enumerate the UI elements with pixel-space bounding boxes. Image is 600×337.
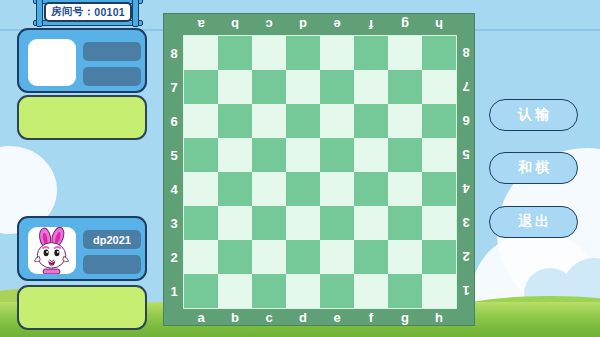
square-e2[interactable] (320, 240, 354, 274)
coordinate-label: b (218, 14, 252, 36)
square-b7[interactable] (218, 70, 252, 104)
square-a6[interactable] (184, 104, 218, 138)
square-e4[interactable] (320, 172, 354, 206)
square-a4[interactable] (184, 172, 218, 206)
square-a1[interactable] (184, 274, 218, 308)
coordinate-label: 2 (456, 240, 476, 274)
square-h4[interactable] (422, 172, 456, 206)
coordinate-label: 1 (164, 274, 184, 308)
square-a5[interactable] (184, 138, 218, 172)
square-d1[interactable] (286, 274, 320, 308)
square-h3[interactable] (422, 206, 456, 240)
square-h6[interactable] (422, 104, 456, 138)
square-g1[interactable] (388, 274, 422, 308)
coordinate-label: c (252, 14, 286, 36)
draw-button[interactable]: 和棋 (489, 152, 578, 184)
coordinate-label: 8 (164, 36, 184, 70)
square-f7[interactable] (354, 70, 388, 104)
coordinate-label: a (184, 14, 218, 36)
square-h8[interactable] (422, 36, 456, 70)
square-c3[interactable] (252, 206, 286, 240)
square-g8[interactable] (388, 36, 422, 70)
self-status-panel (17, 285, 147, 330)
square-h5[interactable] (422, 138, 456, 172)
room-banner: 房间号：00101 (33, 0, 143, 27)
file-labels-bottom: abcdefgh (184, 308, 456, 327)
coordinate-label: 4 (164, 172, 184, 206)
coordinate-label: 6 (456, 104, 476, 138)
square-c8[interactable] (252, 36, 286, 70)
coordinate-label: 2 (164, 240, 184, 274)
rank-labels-left: 87654321 (164, 36, 184, 308)
square-b5[interactable] (218, 138, 252, 172)
coordinate-label: 3 (456, 206, 476, 240)
coordinate-label: 3 (164, 206, 184, 240)
square-f5[interactable] (354, 138, 388, 172)
coordinate-label: d (286, 308, 320, 327)
coordinate-label: 1 (456, 274, 476, 308)
square-e3[interactable] (320, 206, 354, 240)
coordinate-label: h (422, 308, 456, 327)
opponent-status-panel (17, 95, 147, 140)
square-a2[interactable] (184, 240, 218, 274)
square-d5[interactable] (286, 138, 320, 172)
coordinate-label: 7 (456, 70, 476, 104)
exit-button[interactable]: 退出 (489, 206, 578, 238)
square-c5[interactable] (252, 138, 286, 172)
self-avatar (28, 227, 76, 274)
square-d7[interactable] (286, 70, 320, 104)
square-d6[interactable] (286, 104, 320, 138)
square-g6[interactable] (388, 104, 422, 138)
square-b6[interactable] (218, 104, 252, 138)
square-b2[interactable] (218, 240, 252, 274)
square-f6[interactable] (354, 104, 388, 138)
self-info-bar (83, 255, 141, 274)
coordinate-label: g (388, 308, 422, 327)
coordinate-label: g (388, 14, 422, 36)
rank-labels-right: 87654321 (456, 36, 476, 308)
square-c6[interactable] (252, 104, 286, 138)
self-card: dp2021 (17, 216, 147, 281)
square-e8[interactable] (320, 36, 354, 70)
coordinate-label: f (354, 14, 388, 36)
game-screen: 房间号：00101 (0, 0, 600, 337)
square-g5[interactable] (388, 138, 422, 172)
coordinate-label: 7 (164, 70, 184, 104)
opponent-avatar-placeholder (28, 39, 76, 86)
square-c2[interactable] (252, 240, 286, 274)
square-b1[interactable] (218, 274, 252, 308)
coordinate-label: e (320, 308, 354, 327)
coordinate-label: a (184, 308, 218, 327)
square-d2[interactable] (286, 240, 320, 274)
square-d8[interactable] (286, 36, 320, 70)
opponent-card (17, 28, 147, 93)
square-a8[interactable] (184, 36, 218, 70)
square-e7[interactable] (320, 70, 354, 104)
self-name-bar: dp2021 (83, 230, 141, 249)
square-g2[interactable] (388, 240, 422, 274)
square-b3[interactable] (218, 206, 252, 240)
coordinate-label: b (218, 308, 252, 327)
board-grid (184, 36, 456, 308)
square-a7[interactable] (184, 70, 218, 104)
banner-post (36, 0, 43, 27)
square-b8[interactable] (218, 36, 252, 70)
coordinate-label: f (354, 308, 388, 327)
square-c4[interactable] (252, 172, 286, 206)
room-number: 00101 (94, 6, 125, 18)
opponent-info-bar (83, 67, 141, 86)
coordinate-label: e (320, 14, 354, 36)
square-f3[interactable] (354, 206, 388, 240)
square-e6[interactable] (320, 104, 354, 138)
coordinate-label: 8 (456, 36, 476, 70)
resign-button[interactable]: 认输 (489, 99, 578, 131)
square-h2[interactable] (422, 240, 456, 274)
square-b4[interactable] (218, 172, 252, 206)
coordinate-label: 6 (164, 104, 184, 138)
square-h7[interactable] (422, 70, 456, 104)
square-d4[interactable] (286, 172, 320, 206)
square-f8[interactable] (354, 36, 388, 70)
square-e5[interactable] (320, 138, 354, 172)
coordinate-label: h (422, 14, 456, 36)
square-f1[interactable] (354, 274, 388, 308)
coordinate-label: 5 (164, 138, 184, 172)
square-f4[interactable] (354, 172, 388, 206)
square-c1[interactable] (252, 274, 286, 308)
file-labels-top: abcdefgh (184, 14, 456, 36)
square-g7[interactable] (388, 70, 422, 104)
opponent-name-bar (83, 42, 141, 61)
square-c7[interactable] (252, 70, 286, 104)
square-h1[interactable] (422, 274, 456, 308)
square-d3[interactable] (286, 206, 320, 240)
square-g4[interactable] (388, 172, 422, 206)
square-a3[interactable] (184, 206, 218, 240)
coordinate-label: 5 (456, 138, 476, 172)
coordinate-label: c (252, 308, 286, 327)
square-e1[interactable] (320, 274, 354, 308)
chess-board: abcdefgh 87654321 87654321 abcdefgh (163, 13, 475, 326)
coordinate-label: d (286, 14, 320, 36)
room-number-plaque: 房间号：00101 (44, 2, 132, 22)
room-label: 房间号： (51, 5, 94, 19)
coordinate-label: 4 (456, 172, 476, 206)
banner-post (132, 0, 139, 27)
rabbit-avatar-icon (28, 227, 76, 274)
square-g3[interactable] (388, 206, 422, 240)
square-f2[interactable] (354, 240, 388, 274)
